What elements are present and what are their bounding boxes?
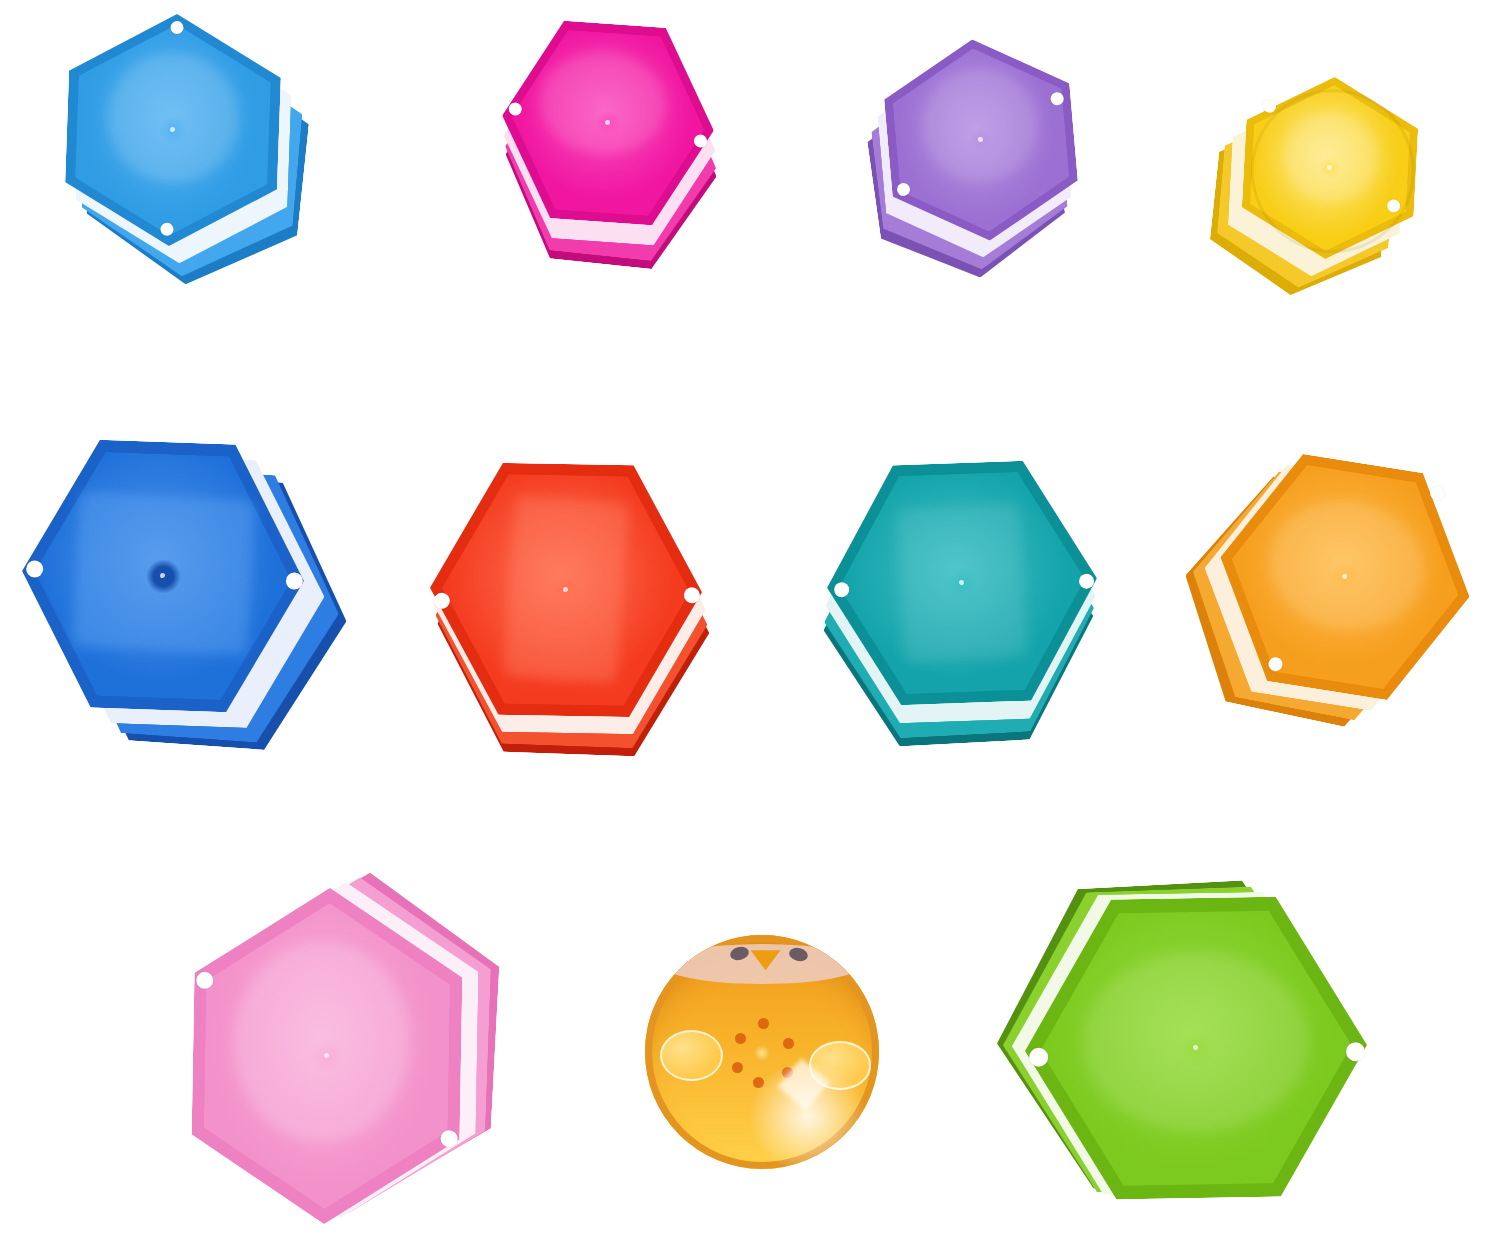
nub-speck [1327, 165, 1332, 170]
toy-cup-purple [888, 39, 1074, 241]
ball-body [645, 935, 879, 1169]
nub-speck [170, 127, 175, 132]
toy-cup-orange [1219, 462, 1471, 692]
bottom-glow-highlight [743, 1064, 872, 1169]
cup-rotor [1239, 73, 1420, 264]
cup-rotor [17, 437, 308, 715]
center-nub [549, 573, 583, 607]
nub-speck [959, 580, 964, 585]
toy-cup-red [430, 464, 702, 716]
side-bump [660, 1030, 723, 1081]
rattle-hole [758, 1018, 769, 1029]
highlight-dot [434, 592, 450, 608]
rattle-hole [735, 1033, 746, 1044]
toy-scene [0, 0, 1499, 1241]
toy-cup-pink [193, 888, 461, 1224]
toy-cup-magenta [502, 24, 714, 222]
nub-speck [1193, 1045, 1198, 1050]
toy-cup-azure [67, 14, 279, 246]
highlight-dot [1029, 1047, 1048, 1066]
nub-speck [563, 587, 568, 592]
toy-ball-orange-ball [645, 935, 879, 1169]
center-nub [309, 1038, 345, 1074]
toy-cup-yellow [1244, 77, 1416, 259]
center-nub [145, 558, 181, 594]
highlight-dot [196, 971, 213, 988]
cup-rotor [880, 31, 1083, 248]
toy-cup-green [1025, 898, 1367, 1198]
nub-speck [160, 573, 165, 578]
rattle-center-nub [754, 1045, 770, 1061]
center-nub [1176, 1028, 1216, 1068]
rattle-hole [732, 1062, 743, 1073]
cup-rotor [63, 10, 283, 249]
cup-rotor [823, 458, 1101, 707]
nub-speck [605, 120, 610, 125]
highlight-dot [285, 572, 303, 590]
cup-rotor [495, 17, 720, 229]
highlight-dot [440, 1130, 457, 1147]
cup-rotor [1203, 444, 1488, 711]
nub-speck [324, 1053, 329, 1058]
cup-rotor [190, 886, 464, 1227]
nub-speck [978, 137, 983, 142]
center-nub [946, 567, 978, 599]
nub-speck [1342, 574, 1348, 580]
rattle-hole [783, 1038, 794, 1049]
highlight-dot [1078, 573, 1094, 589]
highlight-dot [1345, 1042, 1364, 1061]
cup-rotor [428, 462, 704, 719]
cup-rotor [1022, 895, 1369, 1201]
toy-cup-royal-blue [22, 442, 304, 710]
toy-cup-teal [827, 463, 1097, 703]
